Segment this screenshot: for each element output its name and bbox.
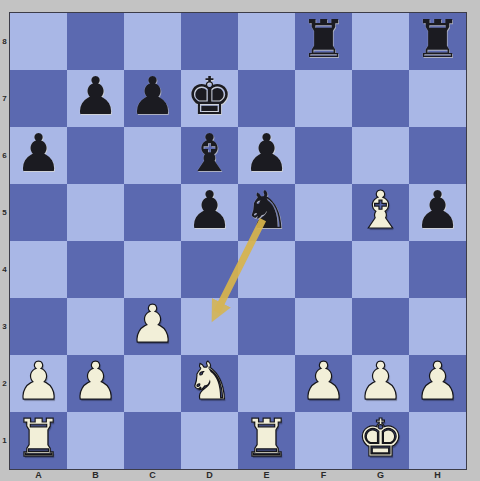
piece-white-pawn-g2[interactable]: ♟ xyxy=(357,353,404,410)
file-label-C: C xyxy=(124,469,181,481)
square-g1[interactable]: ♚ xyxy=(352,412,409,469)
rank-label-4: 4 xyxy=(0,241,9,298)
square-f8[interactable]: ♜ xyxy=(295,13,352,70)
square-e2[interactable] xyxy=(238,355,295,412)
square-f1[interactable] xyxy=(295,412,352,469)
piece-black-pawn-e6[interactable]: ♟ xyxy=(243,125,290,182)
rank-label-7: 7 xyxy=(0,70,9,127)
square-g6[interactable] xyxy=(352,127,409,184)
square-c2[interactable] xyxy=(124,355,181,412)
square-a2[interactable]: ♟ xyxy=(10,355,67,412)
square-c1[interactable] xyxy=(124,412,181,469)
piece-white-knight-d2[interactable]: ♞ xyxy=(186,353,233,410)
square-a8[interactable] xyxy=(10,13,67,70)
square-g7[interactable] xyxy=(352,70,409,127)
square-g2[interactable]: ♟ xyxy=(352,355,409,412)
square-e4[interactable] xyxy=(238,241,295,298)
piece-white-rook-a1[interactable]: ♜ xyxy=(15,410,62,467)
rank-label-1: 1 xyxy=(0,412,9,469)
piece-white-rook-e1[interactable]: ♜ xyxy=(243,410,290,467)
piece-white-pawn-b2[interactable]: ♟ xyxy=(72,353,119,410)
square-e3[interactable] xyxy=(238,298,295,355)
rank-label-3: 3 xyxy=(0,298,9,355)
square-g5[interactable]: ♝ xyxy=(352,184,409,241)
square-f5[interactable] xyxy=(295,184,352,241)
square-a6[interactable]: ♟ xyxy=(10,127,67,184)
piece-white-pawn-c3[interactable]: ♟ xyxy=(129,296,176,353)
square-c6[interactable] xyxy=(124,127,181,184)
square-a4[interactable] xyxy=(10,241,67,298)
board-frame: 87654321 ♜♜♟♟♚♟♝♟♟♞♝♟♟♟♟♞♟♟♟♜♜♚ ABCDEFGH xyxy=(0,0,480,481)
piece-black-pawn-d5[interactable]: ♟ xyxy=(186,182,233,239)
square-a1[interactable]: ♜ xyxy=(10,412,67,469)
file-label-F: F xyxy=(295,469,352,481)
square-f7[interactable] xyxy=(295,70,352,127)
square-c3[interactable]: ♟ xyxy=(124,298,181,355)
square-d2[interactable]: ♞ xyxy=(181,355,238,412)
square-d4[interactable] xyxy=(181,241,238,298)
square-c7[interactable]: ♟ xyxy=(124,70,181,127)
square-d5[interactable]: ♟ xyxy=(181,184,238,241)
square-a3[interactable] xyxy=(10,298,67,355)
piece-black-pawn-a6[interactable]: ♟ xyxy=(15,125,62,182)
square-b3[interactable] xyxy=(67,298,124,355)
square-f4[interactable] xyxy=(295,241,352,298)
piece-black-bishop-d6[interactable]: ♝ xyxy=(186,125,233,182)
square-b6[interactable] xyxy=(67,127,124,184)
square-a7[interactable] xyxy=(10,70,67,127)
piece-white-bishop-g5[interactable]: ♝ xyxy=(357,182,404,239)
square-h3[interactable] xyxy=(409,298,466,355)
square-g3[interactable] xyxy=(352,298,409,355)
rank-label-5: 5 xyxy=(0,184,9,241)
square-d7[interactable]: ♚ xyxy=(181,70,238,127)
file-label-D: D xyxy=(181,469,238,481)
rank-label-6: 6 xyxy=(0,127,9,184)
square-h8[interactable]: ♜ xyxy=(409,13,466,70)
chess-board: ♜♜♟♟♚♟♝♟♟♞♝♟♟♟♟♞♟♟♟♜♜♚ xyxy=(9,12,467,470)
square-b8[interactable] xyxy=(67,13,124,70)
file-label-H: H xyxy=(409,469,466,481)
square-f3[interactable] xyxy=(295,298,352,355)
square-h2[interactable]: ♟ xyxy=(409,355,466,412)
rank-label-8: 8 xyxy=(0,13,9,70)
piece-black-king-d7[interactable]: ♚ xyxy=(186,68,233,125)
piece-white-pawn-h2[interactable]: ♟ xyxy=(414,353,461,410)
square-b5[interactable] xyxy=(67,184,124,241)
square-c8[interactable] xyxy=(124,13,181,70)
file-labels: ABCDEFGH xyxy=(10,469,466,481)
square-h1[interactable] xyxy=(409,412,466,469)
square-g8[interactable] xyxy=(352,13,409,70)
square-e5[interactable]: ♞ xyxy=(238,184,295,241)
rank-label-2: 2 xyxy=(0,355,9,412)
square-g4[interactable] xyxy=(352,241,409,298)
square-f6[interactable] xyxy=(295,127,352,184)
piece-black-knight-e5[interactable]: ♞ xyxy=(243,182,290,239)
file-label-B: B xyxy=(67,469,124,481)
file-label-E: E xyxy=(238,469,295,481)
piece-black-rook-f8[interactable]: ♜ xyxy=(300,11,347,68)
piece-black-pawn-b7[interactable]: ♟ xyxy=(72,68,119,125)
square-h4[interactable] xyxy=(409,241,466,298)
piece-black-rook-h8[interactable]: ♜ xyxy=(414,11,461,68)
square-b7[interactable]: ♟ xyxy=(67,70,124,127)
square-b2[interactable]: ♟ xyxy=(67,355,124,412)
square-e8[interactable] xyxy=(238,13,295,70)
square-h6[interactable] xyxy=(409,127,466,184)
file-label-G: G xyxy=(352,469,409,481)
square-c5[interactable] xyxy=(124,184,181,241)
square-f2[interactable]: ♟ xyxy=(295,355,352,412)
piece-white-pawn-a2[interactable]: ♟ xyxy=(15,353,62,410)
square-b1[interactable] xyxy=(67,412,124,469)
square-d1[interactable] xyxy=(181,412,238,469)
square-a5[interactable] xyxy=(10,184,67,241)
square-e1[interactable]: ♜ xyxy=(238,412,295,469)
square-b4[interactable] xyxy=(67,241,124,298)
square-d3[interactable] xyxy=(181,298,238,355)
square-d8[interactable] xyxy=(181,13,238,70)
square-d6[interactable]: ♝ xyxy=(181,127,238,184)
piece-white-king-g1[interactable]: ♚ xyxy=(357,410,404,467)
square-h7[interactable] xyxy=(409,70,466,127)
piece-white-pawn-f2[interactable]: ♟ xyxy=(300,353,347,410)
piece-black-pawn-c7[interactable]: ♟ xyxy=(129,68,176,125)
file-label-A: A xyxy=(10,469,67,481)
piece-black-pawn-h5[interactable]: ♟ xyxy=(414,182,461,239)
square-c4[interactable] xyxy=(124,241,181,298)
square-e6[interactable]: ♟ xyxy=(238,127,295,184)
rank-labels: 87654321 xyxy=(0,13,9,469)
square-h5[interactable]: ♟ xyxy=(409,184,466,241)
square-e7[interactable] xyxy=(238,70,295,127)
